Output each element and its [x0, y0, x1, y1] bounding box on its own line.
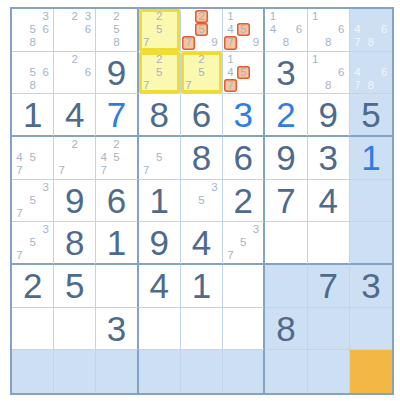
cell-r4c1[interactable]: 457: [12, 137, 54, 180]
note-empty: [55, 23, 68, 36]
note-digit: 6: [378, 66, 391, 79]
cell-r6c4[interactable]: 9: [139, 222, 181, 265]
given-digit: 9: [276, 140, 295, 175]
cell-r1c3[interactable]: 258: [96, 9, 138, 52]
note-empty: [208, 23, 221, 36]
note-digit: 5: [26, 151, 39, 164]
notes-grid: 26: [55, 53, 94, 93]
note-empty: [279, 23, 292, 36]
note-digit: 2: [110, 138, 123, 151]
note-digit: 7: [182, 79, 195, 92]
note-empty: [39, 194, 52, 207]
given-digit: 7: [276, 183, 295, 218]
notes-grid: 4678: [351, 10, 391, 50]
cell-r4c5[interactable]: 8: [181, 137, 223, 180]
entered-digit: 3: [233, 97, 252, 132]
cell-r5c9[interactable]: [350, 180, 392, 223]
note-digit: 8: [26, 79, 39, 92]
cell-r6c3[interactable]: 1: [96, 222, 138, 265]
note-digit: 2: [195, 53, 208, 66]
note-empty: [81, 151, 94, 164]
note-empty: [182, 10, 195, 23]
note-digit: 8: [279, 36, 292, 49]
note-digit: 2: [68, 138, 81, 151]
cell-r5c7[interactable]: 7: [265, 180, 307, 223]
note-digit: 1: [266, 10, 279, 23]
cell-r4c4[interactable]: 57: [139, 137, 181, 180]
note-empty: [153, 36, 166, 49]
cell-r4c3[interactable]: 2457: [96, 137, 138, 180]
cell-r8c1[interactable]: [12, 308, 54, 351]
cell-r9c9[interactable]: [350, 350, 392, 393]
note-empty: [140, 23, 153, 36]
cell-r2c3[interactable]: 9: [96, 52, 138, 95]
note-digit: 3: [39, 181, 52, 194]
note-digit: 6: [292, 23, 305, 36]
given-digit: 4: [318, 183, 337, 218]
note-empty: [13, 223, 26, 236]
note-empty: [68, 151, 81, 164]
note-digit: 4: [224, 66, 237, 79]
given-digit: 9: [318, 97, 337, 132]
given-digit: 1: [23, 97, 42, 132]
given-digit: 6: [192, 97, 211, 132]
notes-grid: 236: [55, 10, 94, 50]
cell-r9c6[interactable]: [223, 350, 265, 393]
cell-r2c1[interactable]: 568: [12, 52, 54, 95]
note-digit: 9: [208, 36, 221, 49]
notes-grid: 258: [97, 10, 135, 50]
cell-r7c8[interactable]: 7: [308, 265, 350, 308]
cell-r6c9[interactable]: [350, 222, 392, 265]
notes-grid: 57: [140, 138, 179, 178]
cell-r6c8[interactable]: [308, 222, 350, 265]
cell-r1c9[interactable]: 4678: [350, 9, 392, 52]
cell-r3c4[interactable]: 8: [139, 94, 181, 137]
cell-r3c3[interactable]: 7: [96, 94, 138, 137]
cell-r2c5[interactable]: 257: [181, 52, 223, 95]
note-digit: 2: [153, 53, 166, 66]
note-empty: [140, 10, 153, 23]
note-empty: [13, 181, 26, 194]
cell-r1c1[interactable]: 3568: [12, 9, 54, 52]
note-empty: [81, 138, 94, 151]
note-empty: [39, 151, 52, 164]
note-empty: [166, 23, 179, 36]
note-digit: 8: [364, 79, 377, 92]
notes-grid: 457: [13, 138, 52, 178]
cell-r9c5[interactable]: [181, 350, 223, 393]
cell-r9c8[interactable]: [308, 350, 350, 393]
cell-r5c6[interactable]: 2: [223, 180, 265, 223]
note-empty: [166, 138, 179, 151]
cell-r6c5[interactable]: 4: [181, 222, 223, 265]
note-empty: [208, 66, 221, 79]
cell-r4c2[interactable]: 27: [54, 137, 96, 180]
note-empty: [364, 23, 377, 36]
note-digit: 2: [68, 53, 81, 66]
cell-r8c9[interactable]: [350, 308, 392, 351]
note-empty: [13, 138, 26, 151]
cell-r4c6[interactable]: 6: [223, 137, 265, 180]
given-digit: 1: [192, 268, 211, 303]
note-digit: 2: [68, 10, 81, 23]
note-empty: [39, 236, 52, 249]
given-digit: 6: [233, 140, 252, 175]
entered-digit: 1: [361, 140, 380, 175]
note-empty: [81, 53, 94, 66]
note-empty: [292, 36, 305, 49]
note-digit: 7: [55, 164, 68, 177]
note-digit: 5: [237, 23, 250, 36]
given-digit: 4: [192, 225, 211, 260]
note-empty: [166, 36, 179, 49]
note-empty: [224, 236, 237, 249]
cell-r5c5[interactable]: 35: [181, 180, 223, 223]
notes-grid: 168: [309, 53, 348, 93]
cell-r2c8[interactable]: 168: [308, 52, 350, 95]
note-digit: 8: [322, 36, 335, 49]
note-digit: 4: [351, 23, 364, 36]
note-empty: [378, 79, 391, 92]
cell-r3c9[interactable]: 5: [350, 94, 392, 137]
note-empty: [153, 138, 166, 151]
notes-grid: 257: [140, 53, 179, 93]
cell-r6c6[interactable]: 357: [223, 222, 265, 265]
note-digit: 2: [195, 10, 208, 23]
cell-r4c8[interactable]: 3: [308, 137, 350, 180]
note-digit: 5: [195, 66, 208, 79]
note-empty: [123, 151, 136, 164]
note-empty: [97, 10, 110, 23]
note-digit: 9: [250, 36, 263, 49]
cell-r3c5[interactable]: 6: [181, 94, 223, 137]
note-empty: [166, 79, 179, 92]
note-digit: 8: [110, 36, 123, 49]
note-digit: 5: [153, 151, 166, 164]
note-empty: [140, 138, 153, 151]
cell-r9c4[interactable]: [139, 350, 181, 393]
note-empty: [250, 249, 263, 262]
cell-r8c7[interactable]: 8: [265, 308, 307, 351]
note-digit: 4: [351, 66, 364, 79]
cell-r2c4[interactable]: 257: [139, 52, 181, 95]
note-empty: [208, 194, 221, 207]
cell-r5c4[interactable]: 1: [139, 180, 181, 223]
note-empty: [13, 10, 26, 23]
note-digit: 3: [250, 223, 263, 236]
cell-r8c2[interactable]: [54, 308, 96, 351]
note-empty: [26, 164, 39, 177]
note-digit: 6: [81, 23, 94, 36]
note-empty: [322, 66, 335, 79]
notes-grid: 357: [224, 223, 262, 262]
note-empty: [68, 36, 81, 49]
note-digit: 8: [26, 36, 39, 49]
note-empty: [39, 36, 52, 49]
note-empty: [39, 53, 52, 66]
note-empty: [13, 236, 26, 249]
note-empty: [123, 10, 136, 23]
cell-r7c3[interactable]: [96, 265, 138, 308]
note-empty: [250, 10, 263, 23]
note-digit: 3: [208, 181, 221, 194]
cell-r7c7[interactable]: [265, 265, 307, 308]
note-empty: [55, 138, 68, 151]
cell-r8c3[interactable]: 3: [96, 308, 138, 351]
notes-grid: 357: [13, 223, 52, 262]
note-digit: 5: [195, 23, 208, 36]
notes-grid: 2579: [182, 10, 221, 50]
note-digit: 3: [39, 10, 52, 23]
given-digit: 8: [150, 97, 169, 132]
notes-grid: 14579: [224, 10, 262, 50]
cell-r1c2[interactable]: 236: [54, 9, 96, 52]
note-empty: [97, 36, 110, 49]
note-empty: [351, 53, 364, 66]
note-digit: 7: [13, 164, 26, 177]
note-empty: [237, 249, 250, 262]
note-empty: [208, 79, 221, 92]
note-digit: 7: [182, 36, 195, 49]
note-digit: 6: [81, 66, 94, 79]
note-empty: [182, 181, 195, 194]
notes-grid: 168: [309, 10, 348, 50]
note-empty: [335, 36, 348, 49]
note-empty: [208, 207, 221, 220]
note-empty: [279, 10, 292, 23]
cell-r1c5[interactable]: 2579: [181, 9, 223, 52]
note-digit: 1: [309, 10, 322, 23]
note-empty: [182, 194, 195, 207]
note-digit: 5: [110, 151, 123, 164]
cell-r6c2[interactable]: 8: [54, 222, 96, 265]
entered-digit: 2: [276, 97, 295, 132]
notes-grid: 1468: [266, 10, 305, 50]
note-empty: [166, 151, 179, 164]
note-empty: [81, 79, 94, 92]
notes-grid: 27: [55, 138, 94, 178]
note-digit: 7: [140, 164, 153, 177]
cell-r2c9[interactable]: 4678: [350, 52, 392, 95]
note-empty: [26, 223, 39, 236]
cell-r3c1[interactable]: 1: [12, 94, 54, 137]
cell-r1c6[interactable]: 14579: [223, 9, 265, 52]
note-empty: [378, 10, 391, 23]
note-empty: [26, 10, 39, 23]
note-empty: [13, 53, 26, 66]
notes-grid: 357: [13, 181, 52, 221]
cell-r9c3[interactable]: [96, 350, 138, 393]
note-digit: 5: [26, 236, 39, 249]
note-empty: [81, 36, 94, 49]
cell-r9c1[interactable]: [12, 350, 54, 393]
note-empty: [208, 10, 221, 23]
cell-r5c8[interactable]: 4: [308, 180, 350, 223]
cell-r7c9[interactable]: 3: [350, 265, 392, 308]
given-digit: 6: [107, 183, 126, 218]
given-digit: 2: [23, 268, 42, 303]
note-empty: [364, 10, 377, 23]
cell-r6c1[interactable]: 357: [12, 222, 54, 265]
note-digit: 5: [153, 66, 166, 79]
cell-r9c2[interactable]: [54, 350, 96, 393]
note-empty: [123, 23, 136, 36]
note-empty: [26, 138, 39, 151]
cell-r2c2[interactable]: 26: [54, 52, 96, 95]
cell-r4c7[interactable]: 9: [265, 137, 307, 180]
cell-r2c7[interactable]: 3: [265, 52, 307, 95]
note-empty: [322, 10, 335, 23]
note-empty: [140, 66, 153, 79]
note-empty: [208, 53, 221, 66]
given-digit: 3: [318, 140, 337, 175]
given-digit: 7: [318, 268, 337, 303]
note-empty: [364, 53, 377, 66]
cell-r7c2[interactable]: 5: [54, 265, 96, 308]
note-empty: [153, 79, 166, 92]
notes-grid: 568: [13, 53, 52, 93]
given-digit: 9: [150, 225, 169, 260]
given-digit: 8: [276, 311, 295, 346]
note-digit: 8: [364, 36, 377, 49]
note-digit: 4: [266, 23, 279, 36]
note-empty: [335, 79, 348, 92]
cell-r5c2[interactable]: 9: [54, 180, 96, 223]
note-empty: [123, 138, 136, 151]
note-empty: [55, 36, 68, 49]
note-empty: [39, 79, 52, 92]
note-empty: [13, 79, 26, 92]
note-empty: [237, 53, 250, 66]
note-empty: [182, 207, 195, 220]
given-digit: 3: [107, 311, 126, 346]
note-digit: 6: [39, 66, 52, 79]
given-digit: 5: [65, 268, 84, 303]
note-empty: [55, 10, 68, 23]
note-empty: [237, 79, 250, 92]
cell-r2c6[interactable]: 1457: [223, 52, 265, 95]
note-empty: [182, 53, 195, 66]
cell-r7c1[interactable]: 2: [12, 265, 54, 308]
given-digit: 9: [65, 183, 84, 218]
note-empty: [378, 36, 391, 49]
note-empty: [123, 164, 136, 177]
note-digit: 5: [153, 23, 166, 36]
cell-r3c8[interactable]: 9: [308, 94, 350, 137]
cell-r7c5[interactable]: 1: [181, 265, 223, 308]
given-digit: 8: [65, 225, 84, 260]
note-empty: [309, 79, 322, 92]
note-empty: [68, 164, 81, 177]
note-empty: [68, 66, 81, 79]
cell-r8c5[interactable]: [181, 308, 223, 351]
note-empty: [195, 181, 208, 194]
note-digit: 4: [13, 151, 26, 164]
note-empty: [237, 10, 250, 23]
note-digit: 5: [26, 66, 39, 79]
note-digit: 5: [195, 194, 208, 207]
note-empty: [250, 53, 263, 66]
note-digit: 7: [224, 36, 237, 49]
note-empty: [292, 10, 305, 23]
note-empty: [140, 53, 153, 66]
cell-r7c4[interactable]: 4: [139, 265, 181, 308]
note-empty: [195, 207, 208, 220]
cell-r8c4[interactable]: [139, 308, 181, 351]
cell-r3c7[interactable]: 2: [265, 94, 307, 137]
note-empty: [166, 66, 179, 79]
given-digit: 4: [150, 268, 169, 303]
cell-r1c8[interactable]: 168: [308, 9, 350, 52]
note-digit: 7: [97, 164, 110, 177]
note-digit: 6: [378, 23, 391, 36]
note-empty: [55, 53, 68, 66]
note-empty: [55, 66, 68, 79]
note-empty: [335, 10, 348, 23]
note-digit: 5: [26, 194, 39, 207]
cell-r8c6[interactable]: [223, 308, 265, 351]
note-empty: [322, 53, 335, 66]
note-empty: [39, 138, 52, 151]
note-digit: 3: [81, 10, 94, 23]
note-empty: [140, 151, 153, 164]
cell-r5c3[interactable]: 6: [96, 180, 138, 223]
note-empty: [26, 53, 39, 66]
note-empty: [55, 151, 68, 164]
note-empty: [39, 164, 52, 177]
note-empty: [166, 164, 179, 177]
cell-r9c7[interactable]: [265, 350, 307, 393]
cell-r4c9[interactable]: 1: [350, 137, 392, 180]
note-empty: [195, 79, 208, 92]
note-empty: [309, 36, 322, 49]
note-empty: [250, 66, 263, 79]
note-empty: [68, 23, 81, 36]
cell-r3c6[interactable]: 3: [223, 94, 265, 137]
cell-r8c8[interactable]: [308, 308, 350, 351]
cell-r6c7[interactable]: [265, 222, 307, 265]
notes-grid: 2457: [97, 138, 135, 178]
note-empty: [266, 36, 279, 49]
note-empty: [237, 223, 250, 236]
note-empty: [182, 23, 195, 36]
note-digit: 1: [309, 53, 322, 66]
note-digit: 7: [224, 249, 237, 262]
note-digit: 7: [13, 207, 26, 220]
note-digit: 7: [140, 36, 153, 49]
cell-r7c6[interactable]: [223, 265, 265, 308]
cell-r1c7[interactable]: 1468: [265, 9, 307, 52]
note-empty: [250, 23, 263, 36]
note-digit: 1: [224, 10, 237, 23]
cell-r3c2[interactable]: 4: [54, 94, 96, 137]
note-digit: 6: [335, 23, 348, 36]
given-digit: 3: [361, 268, 380, 303]
note-digit: 6: [39, 23, 52, 36]
note-digit: 2: [153, 10, 166, 23]
cell-r1c4[interactable]: 257: [139, 9, 181, 52]
notes-grid: 257: [182, 53, 221, 93]
note-digit: 5: [237, 66, 250, 79]
note-digit: 5: [237, 236, 250, 249]
given-digit: 9: [107, 55, 126, 90]
note-empty: [335, 53, 348, 66]
note-empty: [166, 53, 179, 66]
sudoku-board: 3568236258257257914579146816846785682692…: [10, 7, 394, 395]
note-empty: [97, 23, 110, 36]
cell-r5c1[interactable]: 357: [12, 180, 54, 223]
